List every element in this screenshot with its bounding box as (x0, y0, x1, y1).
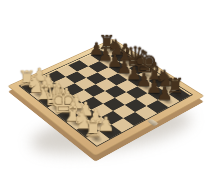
product-photo: ♜♞♝♛♚♝♞♜♟♟♟♟♟♟♟♟♟♟♟♟♟♟♟♟♜♞♝♛♚♝♞♜ (0, 0, 210, 189)
chess-board: ♜♞♝♛♚♝♞♜♟♟♟♟♟♟♟♟♟♟♟♟♟♟♟♟♜♞♝♛♚♝♞♜ (7, 39, 204, 156)
board-grid: ♜♞♝♛♚♝♞♜♟♟♟♟♟♟♟♟♟♟♟♟♟♟♟♟♜♞♝♛♚♝♞♜ (21, 45, 190, 145)
board-inner-frame: ♜♞♝♛♚♝♞♜♟♟♟♟♟♟♟♟♟♟♟♟♟♟♟♟♜♞♝♛♚♝♞♜ (19, 43, 193, 146)
white-rook: ♜ (76, 118, 110, 141)
board-tilt: ♜♞♝♛♚♝♞♜♟♟♟♟♟♟♟♟♟♟♟♟♟♟♟♟♜♞♝♛♚♝♞♜ (7, 39, 204, 156)
square-h1: ♜ (87, 131, 110, 146)
scene: ♜♞♝♛♚♝♞♜♟♟♟♟♟♟♟♟♟♟♟♟♟♟♟♟♜♞♝♛♚♝♞♜ (35, 21, 175, 161)
black-pawn: ♟ (149, 84, 181, 102)
